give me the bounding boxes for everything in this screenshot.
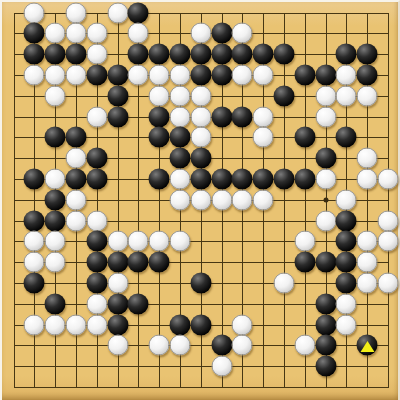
grid-line	[284, 13, 285, 388]
black-stone[interactable]	[211, 44, 232, 65]
black-stone[interactable]	[273, 44, 294, 65]
white-stone[interactable]	[232, 23, 253, 44]
white-stone[interactable]	[65, 2, 86, 23]
black-stone[interactable]	[336, 44, 357, 65]
black-stone[interactable]	[211, 168, 232, 189]
white-stone[interactable]	[357, 272, 378, 293]
black-stone[interactable]	[149, 44, 170, 65]
white-stone[interactable]	[336, 314, 357, 335]
black-stone[interactable]	[107, 314, 128, 335]
white-stone[interactable]	[45, 85, 66, 106]
black-stone[interactable]	[211, 106, 232, 127]
black-stone[interactable]	[45, 189, 66, 210]
black-stone[interactable]	[107, 252, 128, 273]
white-stone[interactable]	[190, 23, 211, 44]
black-stone[interactable]	[128, 44, 149, 65]
white-stone[interactable]	[294, 335, 315, 356]
black-stone[interactable]	[86, 168, 107, 189]
white-stone[interactable]	[169, 106, 190, 127]
white-stone[interactable]	[190, 127, 211, 148]
white-stone[interactable]	[357, 168, 378, 189]
black-stone[interactable]	[357, 335, 378, 356]
black-stone[interactable]	[357, 44, 378, 65]
white-stone[interactable]	[232, 189, 253, 210]
black-stone[interactable]	[315, 314, 336, 335]
black-stone[interactable]	[211, 335, 232, 356]
black-stone[interactable]	[294, 168, 315, 189]
white-stone[interactable]	[45, 23, 66, 44]
black-stone[interactable]	[190, 272, 211, 293]
black-stone[interactable]	[45, 44, 66, 65]
black-stone[interactable]	[232, 106, 253, 127]
white-stone[interactable]	[357, 148, 378, 169]
black-stone[interactable]	[336, 210, 357, 231]
white-stone[interactable]	[357, 85, 378, 106]
white-stone[interactable]	[357, 231, 378, 252]
black-stone[interactable]	[336, 231, 357, 252]
white-stone[interactable]	[107, 2, 128, 23]
white-stone[interactable]	[294, 231, 315, 252]
black-stone[interactable]	[24, 210, 45, 231]
white-stone[interactable]	[336, 189, 357, 210]
black-stone[interactable]	[294, 64, 315, 85]
black-stone[interactable]	[149, 127, 170, 148]
black-stone[interactable]	[149, 106, 170, 127]
white-stone[interactable]	[149, 335, 170, 356]
black-stone[interactable]	[315, 148, 336, 169]
white-stone[interactable]	[149, 64, 170, 85]
white-stone[interactable]	[169, 168, 190, 189]
black-stone[interactable]	[86, 148, 107, 169]
black-stone[interactable]	[128, 293, 149, 314]
white-stone[interactable]	[190, 106, 211, 127]
black-stone[interactable]	[336, 127, 357, 148]
white-stone[interactable]	[86, 210, 107, 231]
black-stone[interactable]	[315, 335, 336, 356]
white-stone[interactable]	[377, 210, 398, 231]
black-stone[interactable]	[294, 252, 315, 273]
white-stone[interactable]	[65, 64, 86, 85]
white-stone[interactable]	[169, 335, 190, 356]
white-stone[interactable]	[107, 231, 128, 252]
black-stone[interactable]	[149, 252, 170, 273]
black-stone[interactable]	[24, 23, 45, 44]
white-stone[interactable]	[128, 64, 149, 85]
black-stone[interactable]	[169, 314, 190, 335]
black-stone[interactable]	[149, 168, 170, 189]
black-stone[interactable]	[107, 64, 128, 85]
white-stone[interactable]	[211, 356, 232, 377]
white-stone[interactable]	[107, 335, 128, 356]
white-stone[interactable]	[253, 106, 274, 127]
white-stone[interactable]	[315, 210, 336, 231]
white-stone[interactable]	[65, 148, 86, 169]
white-stone[interactable]	[169, 231, 190, 252]
black-stone[interactable]	[45, 293, 66, 314]
black-stone[interactable]	[315, 356, 336, 377]
white-stone[interactable]	[315, 106, 336, 127]
white-stone[interactable]	[24, 252, 45, 273]
white-stone[interactable]	[169, 189, 190, 210]
grid-line	[14, 241, 389, 242]
go-board[interactable]	[0, 0, 400, 400]
white-stone[interactable]	[86, 106, 107, 127]
black-stone[interactable]	[86, 272, 107, 293]
white-stone[interactable]	[24, 231, 45, 252]
white-stone[interactable]	[107, 272, 128, 293]
black-stone[interactable]	[65, 127, 86, 148]
white-stone[interactable]	[65, 314, 86, 335]
white-stone[interactable]	[336, 85, 357, 106]
white-stone[interactable]	[253, 189, 274, 210]
black-stone[interactable]	[190, 44, 211, 65]
white-stone[interactable]	[45, 314, 66, 335]
black-stone[interactable]	[24, 168, 45, 189]
black-stone[interactable]	[169, 148, 190, 169]
black-stone[interactable]	[45, 127, 66, 148]
black-stone[interactable]	[315, 252, 336, 273]
white-stone[interactable]	[377, 272, 398, 293]
black-stone[interactable]	[65, 168, 86, 189]
white-stone[interactable]	[253, 127, 274, 148]
white-stone[interactable]	[190, 85, 211, 106]
black-stone[interactable]	[273, 168, 294, 189]
white-stone[interactable]	[45, 64, 66, 85]
black-stone[interactable]	[315, 293, 336, 314]
white-stone[interactable]	[232, 314, 253, 335]
black-stone[interactable]	[190, 314, 211, 335]
star-point	[323, 197, 328, 202]
black-stone[interactable]	[253, 44, 274, 65]
black-stone[interactable]	[128, 2, 149, 23]
white-stone[interactable]	[169, 85, 190, 106]
black-stone[interactable]	[86, 64, 107, 85]
grid-line	[388, 13, 389, 388]
go-app-window	[0, 0, 400, 400]
grid-line	[14, 387, 389, 388]
white-stone[interactable]	[24, 314, 45, 335]
black-stone[interactable]	[294, 127, 315, 148]
white-stone[interactable]	[65, 23, 86, 44]
white-stone[interactable]	[336, 293, 357, 314]
white-stone[interactable]	[149, 231, 170, 252]
black-stone[interactable]	[232, 168, 253, 189]
black-stone[interactable]	[24, 44, 45, 65]
white-stone[interactable]	[45, 231, 66, 252]
black-stone[interactable]	[65, 44, 86, 65]
white-stone[interactable]	[232, 335, 253, 356]
black-stone[interactable]	[86, 252, 107, 273]
white-stone[interactable]	[65, 189, 86, 210]
black-stone[interactable]	[107, 293, 128, 314]
white-stone[interactable]	[149, 85, 170, 106]
black-stone[interactable]	[45, 210, 66, 231]
black-stone[interactable]	[336, 252, 357, 273]
black-stone[interactable]	[211, 64, 232, 85]
white-stone[interactable]	[86, 293, 107, 314]
white-stone[interactable]	[128, 231, 149, 252]
white-stone[interactable]	[315, 85, 336, 106]
white-stone[interactable]	[232, 64, 253, 85]
white-stone[interactable]	[128, 23, 149, 44]
black-stone[interactable]	[211, 23, 232, 44]
black-stone[interactable]	[128, 252, 149, 273]
black-stone[interactable]	[253, 168, 274, 189]
black-stone[interactable]	[190, 64, 211, 85]
white-stone[interactable]	[65, 210, 86, 231]
white-stone[interactable]	[336, 64, 357, 85]
black-stone[interactable]	[357, 64, 378, 85]
white-stone[interactable]	[86, 23, 107, 44]
black-stone[interactable]	[169, 44, 190, 65]
black-stone[interactable]	[190, 168, 211, 189]
white-stone[interactable]	[273, 272, 294, 293]
black-stone[interactable]	[24, 272, 45, 293]
white-stone[interactable]	[377, 231, 398, 252]
white-stone[interactable]	[45, 252, 66, 273]
black-stone[interactable]	[336, 272, 357, 293]
white-stone[interactable]	[357, 252, 378, 273]
white-stone[interactable]	[253, 64, 274, 85]
black-stone[interactable]	[232, 44, 253, 65]
black-stone[interactable]	[273, 85, 294, 106]
white-stone[interactable]	[315, 168, 336, 189]
white-stone[interactable]	[24, 64, 45, 85]
black-stone[interactable]	[107, 85, 128, 106]
white-stone[interactable]	[190, 189, 211, 210]
white-stone[interactable]	[169, 64, 190, 85]
black-stone[interactable]	[86, 231, 107, 252]
black-stone[interactable]	[315, 64, 336, 85]
white-stone[interactable]	[24, 2, 45, 23]
black-stone[interactable]	[190, 148, 211, 169]
white-stone[interactable]	[211, 189, 232, 210]
black-stone[interactable]	[107, 106, 128, 127]
last-move-triangle-icon	[360, 341, 374, 352]
white-stone[interactable]	[45, 168, 66, 189]
white-stone[interactable]	[86, 314, 107, 335]
black-stone[interactable]	[169, 127, 190, 148]
white-stone[interactable]	[377, 168, 398, 189]
white-stone[interactable]	[86, 44, 107, 65]
